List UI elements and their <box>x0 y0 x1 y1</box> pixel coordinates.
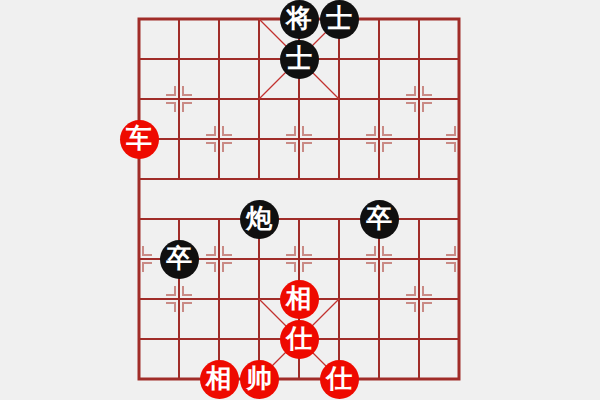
piece-black-pawn[interactable]: 卒 <box>160 240 199 279</box>
piece-black-advisor[interactable]: 士 <box>320 0 359 39</box>
pieces-layer: 将士士车炮卒卒相仕相帅仕 <box>119 0 479 399</box>
piece-red-general[interactable]: 帅 <box>240 360 279 399</box>
piece-red-elephant[interactable]: 相 <box>200 360 239 399</box>
piece-black-cannon[interactable]: 炮 <box>240 200 279 239</box>
piece-red-chariot[interactable]: 车 <box>120 120 159 159</box>
piece-black-pawn[interactable]: 卒 <box>360 200 399 239</box>
piece-red-advisor[interactable]: 仕 <box>320 360 359 399</box>
piece-red-advisor[interactable]: 仕 <box>280 320 319 359</box>
piece-red-elephant[interactable]: 相 <box>280 280 319 319</box>
piece-black-general[interactable]: 将 <box>280 0 319 39</box>
piece-black-advisor[interactable]: 士 <box>280 40 319 79</box>
xiangqi-diagram: 将士士车炮卒卒相仕相帅仕 <box>0 0 600 400</box>
